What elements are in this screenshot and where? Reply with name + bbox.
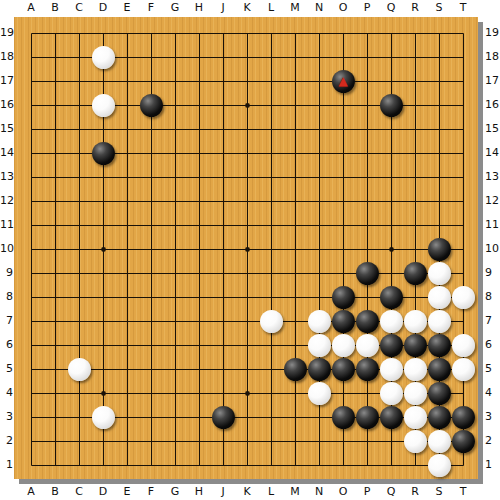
board-point bbox=[427, 405, 451, 429]
stone-black bbox=[380, 334, 403, 357]
coordinate-label: N bbox=[307, 485, 331, 499]
stone-black bbox=[356, 262, 379, 285]
stone-black bbox=[428, 382, 451, 405]
stone-black bbox=[404, 334, 427, 357]
coordinate-label: A bbox=[19, 1, 43, 15]
board-point bbox=[451, 357, 475, 381]
board-point bbox=[91, 141, 115, 165]
coordinate-label: C bbox=[67, 485, 91, 499]
coordinate-label: F bbox=[139, 485, 163, 499]
stone-black bbox=[428, 358, 451, 381]
coordinate-label: E bbox=[115, 1, 139, 15]
coordinate-label: 8 bbox=[485, 290, 500, 304]
coordinate-label: Q bbox=[379, 485, 403, 499]
stone-white bbox=[404, 430, 427, 453]
coordinate-label: L bbox=[259, 485, 283, 499]
board-point bbox=[307, 381, 331, 405]
coordinate-label: 19 bbox=[485, 26, 500, 40]
last-move-marker: ▲ bbox=[332, 70, 355, 93]
board-point bbox=[259, 309, 283, 333]
coordinate-label: S bbox=[427, 485, 451, 499]
stones-grid: ▲ bbox=[19, 21, 475, 477]
board-point bbox=[451, 333, 475, 357]
coordinate-label: 12 bbox=[0, 194, 13, 208]
board-point: ▲ bbox=[331, 69, 355, 93]
board-point bbox=[403, 333, 427, 357]
coordinate-label: M bbox=[283, 1, 307, 15]
stone-white bbox=[452, 358, 475, 381]
board-point bbox=[331, 405, 355, 429]
stone-black bbox=[428, 334, 451, 357]
board-point bbox=[427, 453, 451, 477]
board-point bbox=[427, 285, 451, 309]
coordinate-label: 18 bbox=[0, 50, 13, 64]
coordinate-label: 13 bbox=[0, 170, 13, 184]
coordinate-label: 11 bbox=[0, 218, 13, 232]
board-point bbox=[451, 285, 475, 309]
coordinate-label: 1 bbox=[0, 458, 13, 472]
board-point bbox=[67, 357, 91, 381]
coordinate-label: F bbox=[139, 1, 163, 15]
coordinate-label: 11 bbox=[485, 218, 500, 232]
coordinate-label: 17 bbox=[0, 74, 13, 88]
board-point bbox=[355, 261, 379, 285]
coordinate-label: E bbox=[115, 485, 139, 499]
coordinate-label: 9 bbox=[0, 266, 13, 280]
stone-black bbox=[380, 94, 403, 117]
board-point bbox=[355, 333, 379, 357]
coordinate-label: 12 bbox=[485, 194, 500, 208]
coordinate-label: P bbox=[355, 485, 379, 499]
coordinate-label: 1 bbox=[485, 458, 500, 472]
board-point bbox=[307, 309, 331, 333]
coordinate-label: T bbox=[451, 485, 475, 499]
go-game-screen: ABCDEFGHJKLMNOPQRST ABCDEFGHJKLMNOPQRST … bbox=[0, 0, 500, 500]
board-point bbox=[451, 405, 475, 429]
coordinate-label: H bbox=[187, 485, 211, 499]
stone-black bbox=[404, 262, 427, 285]
coordinate-label: 4 bbox=[485, 386, 500, 400]
coordinate-label: G bbox=[163, 1, 187, 15]
board-point bbox=[427, 237, 451, 261]
go-board[interactable]: ▲ bbox=[14, 17, 478, 479]
stone-white bbox=[428, 310, 451, 333]
stone-white bbox=[260, 310, 283, 333]
stone-white bbox=[404, 310, 427, 333]
coordinate-label: 6 bbox=[485, 338, 500, 352]
coordinate-label: B bbox=[43, 485, 67, 499]
coordinate-label: 4 bbox=[0, 386, 13, 400]
board-point bbox=[379, 309, 403, 333]
board-point bbox=[403, 405, 427, 429]
board-point bbox=[403, 261, 427, 285]
coordinate-label: R bbox=[403, 1, 427, 15]
board-point bbox=[403, 429, 427, 453]
board-point bbox=[379, 285, 403, 309]
board-point bbox=[139, 93, 163, 117]
coordinate-label: 6 bbox=[0, 338, 13, 352]
coordinate-label: 3 bbox=[0, 410, 13, 424]
stone-white bbox=[356, 334, 379, 357]
stone-black bbox=[380, 286, 403, 309]
stone-white bbox=[92, 46, 115, 69]
stone-black bbox=[140, 94, 163, 117]
board-point bbox=[331, 309, 355, 333]
stone-white bbox=[428, 286, 451, 309]
coordinate-label: T bbox=[451, 1, 475, 15]
coordinate-label: 5 bbox=[485, 362, 500, 376]
coordinate-label: J bbox=[211, 1, 235, 15]
coordinate-label: C bbox=[67, 1, 91, 15]
stone-white bbox=[92, 406, 115, 429]
stone-black bbox=[428, 406, 451, 429]
board-point bbox=[91, 45, 115, 69]
coordinate-label: 15 bbox=[0, 122, 13, 136]
stone-black bbox=[284, 358, 307, 381]
coordinate-label: Q bbox=[379, 1, 403, 15]
coordinate-label: N bbox=[307, 1, 331, 15]
board-point bbox=[307, 357, 331, 381]
coordinate-label: 18 bbox=[485, 50, 500, 64]
board-point bbox=[355, 357, 379, 381]
board-point bbox=[91, 405, 115, 429]
board-point bbox=[403, 309, 427, 333]
coordinate-label: S bbox=[427, 1, 451, 15]
coordinate-label: 9 bbox=[485, 266, 500, 280]
board-point bbox=[427, 357, 451, 381]
board-point bbox=[403, 357, 427, 381]
stone-black bbox=[332, 358, 355, 381]
board-point bbox=[355, 309, 379, 333]
stone-white bbox=[380, 358, 403, 381]
coordinate-label: G bbox=[163, 485, 187, 499]
coordinate-label: J bbox=[211, 485, 235, 499]
stone-white bbox=[308, 334, 331, 357]
board-point bbox=[379, 333, 403, 357]
board-point bbox=[427, 309, 451, 333]
board-point bbox=[355, 405, 379, 429]
stone-white bbox=[404, 358, 427, 381]
coordinate-label: H bbox=[187, 1, 211, 15]
stone-white bbox=[332, 334, 355, 357]
stone-white bbox=[380, 382, 403, 405]
stone-black bbox=[356, 310, 379, 333]
coordinate-label: O bbox=[331, 485, 355, 499]
coordinate-label: 14 bbox=[485, 146, 500, 160]
stone-white bbox=[428, 454, 451, 477]
coordinate-label: 10 bbox=[0, 242, 13, 256]
coordinate-label: D bbox=[91, 1, 115, 15]
coordinate-label: 16 bbox=[485, 98, 500, 112]
coordinate-label: O bbox=[331, 1, 355, 15]
stone-white bbox=[92, 94, 115, 117]
coordinate-label: 7 bbox=[0, 314, 13, 328]
coordinate-label: 17 bbox=[485, 74, 500, 88]
coordinate-label: 7 bbox=[485, 314, 500, 328]
coordinate-label: 13 bbox=[485, 170, 500, 184]
stone-white bbox=[452, 334, 475, 357]
coordinate-label: 3 bbox=[485, 410, 500, 424]
coordinate-label: 16 bbox=[0, 98, 13, 112]
board-point bbox=[451, 429, 475, 453]
board-point bbox=[379, 357, 403, 381]
stone-black bbox=[428, 238, 451, 261]
board-point bbox=[283, 357, 307, 381]
stone-black bbox=[356, 358, 379, 381]
stone-black bbox=[452, 406, 475, 429]
stone-white bbox=[308, 310, 331, 333]
stone-white bbox=[428, 262, 451, 285]
board-point bbox=[331, 333, 355, 357]
stone-black bbox=[332, 286, 355, 309]
stone-black bbox=[332, 310, 355, 333]
coordinate-label: 19 bbox=[0, 26, 13, 40]
stone-black bbox=[308, 358, 331, 381]
coordinate-label: 2 bbox=[0, 434, 13, 448]
coordinate-label: 5 bbox=[0, 362, 13, 376]
stone-black bbox=[452, 430, 475, 453]
stone-white bbox=[380, 310, 403, 333]
board-point bbox=[379, 381, 403, 405]
stone-white bbox=[404, 382, 427, 405]
coordinate-label: 15 bbox=[485, 122, 500, 136]
board-point bbox=[331, 285, 355, 309]
stone-white bbox=[452, 286, 475, 309]
coordinate-label: P bbox=[355, 1, 379, 15]
board-point bbox=[379, 93, 403, 117]
board-point bbox=[331, 357, 355, 381]
stone-white bbox=[308, 382, 331, 405]
coordinate-label: 14 bbox=[0, 146, 13, 160]
board-point bbox=[427, 381, 451, 405]
stone-white bbox=[404, 406, 427, 429]
coordinate-label: D bbox=[91, 485, 115, 499]
board-point bbox=[379, 405, 403, 429]
coordinate-label: M bbox=[283, 485, 307, 499]
stone-black bbox=[356, 406, 379, 429]
board-point bbox=[403, 381, 427, 405]
board-point bbox=[427, 261, 451, 285]
coordinate-label: 10 bbox=[485, 242, 500, 256]
coordinate-label: K bbox=[235, 485, 259, 499]
stone-white bbox=[428, 430, 451, 453]
stone-black bbox=[212, 406, 235, 429]
coordinate-label: 2 bbox=[485, 434, 500, 448]
stone-white bbox=[68, 358, 91, 381]
coordinate-label: L bbox=[259, 1, 283, 15]
coordinate-label: B bbox=[43, 1, 67, 15]
coordinate-label: K bbox=[235, 1, 259, 15]
board-point bbox=[307, 333, 331, 357]
coordinate-label: A bbox=[19, 485, 43, 499]
stone-black bbox=[332, 406, 355, 429]
stone-black: ▲ bbox=[332, 70, 355, 93]
coordinate-label: 8 bbox=[0, 290, 13, 304]
coordinate-label: R bbox=[403, 485, 427, 499]
board-point bbox=[211, 405, 235, 429]
stone-black bbox=[92, 142, 115, 165]
board-point bbox=[427, 429, 451, 453]
board-point bbox=[427, 333, 451, 357]
board-point bbox=[91, 93, 115, 117]
stone-black bbox=[380, 406, 403, 429]
